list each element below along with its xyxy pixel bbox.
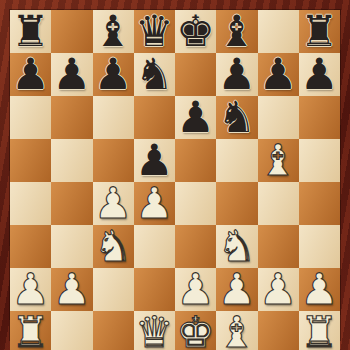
square-f8[interactable]: ♝ <box>216 10 257 53</box>
square-g6[interactable] <box>258 96 299 139</box>
square-b8[interactable] <box>51 10 92 53</box>
square-g3[interactable] <box>258 225 299 268</box>
piece-white-bishop: ♝ <box>218 311 257 350</box>
square-h6[interactable] <box>299 96 340 139</box>
piece-black-pawn: ♟ <box>300 53 339 96</box>
square-e3[interactable] <box>175 225 216 268</box>
piece-white-pawn: ♟ <box>11 268 50 311</box>
piece-black-rook: ♜ <box>300 10 339 53</box>
piece-white-bishop: ♝ <box>259 139 298 182</box>
square-b4[interactable] <box>51 182 92 225</box>
square-d5[interactable]: ♟ <box>134 139 175 182</box>
square-e1[interactable]: ♚ <box>175 311 216 350</box>
square-a6[interactable] <box>10 96 51 139</box>
square-e7[interactable] <box>175 53 216 96</box>
square-d2[interactable] <box>134 268 175 311</box>
square-d1[interactable]: ♛ <box>134 311 175 350</box>
piece-black-bishop: ♝ <box>94 10 133 53</box>
piece-white-pawn: ♟ <box>300 268 339 311</box>
piece-black-pawn: ♟ <box>259 53 298 96</box>
square-d6[interactable] <box>134 96 175 139</box>
square-c5[interactable] <box>93 139 134 182</box>
square-g4[interactable] <box>258 182 299 225</box>
piece-black-bishop: ♝ <box>218 10 257 53</box>
piece-black-rook: ♜ <box>11 10 50 53</box>
square-e4[interactable] <box>175 182 216 225</box>
piece-white-king: ♚ <box>176 311 215 350</box>
square-a7[interactable]: ♟ <box>10 53 51 96</box>
square-e8[interactable]: ♚ <box>175 10 216 53</box>
chess-board: ♜♝♛♚♝♜♟♟♟♞♟♟♟♟♞♟♝♟♟♞♞♟♟♟♟♟♟♜♛♚♝♜ <box>10 10 340 340</box>
piece-white-queen: ♛ <box>135 311 174 350</box>
square-g7[interactable]: ♟ <box>258 53 299 96</box>
piece-white-knight: ♞ <box>218 225 257 268</box>
square-d8[interactable]: ♛ <box>134 10 175 53</box>
square-a2[interactable]: ♟ <box>10 268 51 311</box>
piece-white-knight: ♞ <box>94 225 133 268</box>
square-c2[interactable] <box>93 268 134 311</box>
board-frame: ♜♝♛♚♝♜♟♟♟♞♟♟♟♟♞♟♝♟♟♞♞♟♟♟♟♟♟♜♛♚♝♜ <box>0 0 350 350</box>
square-b7[interactable]: ♟ <box>51 53 92 96</box>
square-c6[interactable] <box>93 96 134 139</box>
square-a4[interactable] <box>10 182 51 225</box>
square-e5[interactable] <box>175 139 216 182</box>
square-e2[interactable]: ♟ <box>175 268 216 311</box>
square-h2[interactable]: ♟ <box>299 268 340 311</box>
square-f5[interactable] <box>216 139 257 182</box>
square-b2[interactable]: ♟ <box>51 268 92 311</box>
square-f6[interactable]: ♞ <box>216 96 257 139</box>
square-h3[interactable] <box>299 225 340 268</box>
square-c4[interactable]: ♟ <box>93 182 134 225</box>
piece-white-pawn: ♟ <box>259 268 298 311</box>
square-e6[interactable]: ♟ <box>175 96 216 139</box>
piece-black-king: ♚ <box>176 10 215 53</box>
piece-white-pawn: ♟ <box>218 268 257 311</box>
square-a1[interactable]: ♜ <box>10 311 51 350</box>
square-f3[interactable]: ♞ <box>216 225 257 268</box>
square-g1[interactable] <box>258 311 299 350</box>
square-b6[interactable] <box>51 96 92 139</box>
square-f1[interactable]: ♝ <box>216 311 257 350</box>
square-a8[interactable]: ♜ <box>10 10 51 53</box>
piece-white-pawn: ♟ <box>53 268 92 311</box>
square-f4[interactable] <box>216 182 257 225</box>
square-a5[interactable] <box>10 139 51 182</box>
piece-black-pawn: ♟ <box>135 139 174 182</box>
square-f2[interactable]: ♟ <box>216 268 257 311</box>
square-c7[interactable]: ♟ <box>93 53 134 96</box>
square-c3[interactable]: ♞ <box>93 225 134 268</box>
square-d3[interactable] <box>134 225 175 268</box>
piece-black-knight: ♞ <box>218 96 257 139</box>
square-c8[interactable]: ♝ <box>93 10 134 53</box>
piece-black-queen: ♛ <box>135 10 174 53</box>
square-h5[interactable] <box>299 139 340 182</box>
piece-black-pawn: ♟ <box>94 53 133 96</box>
square-g8[interactable] <box>258 10 299 53</box>
square-b5[interactable] <box>51 139 92 182</box>
square-d4[interactable]: ♟ <box>134 182 175 225</box>
square-a3[interactable] <box>10 225 51 268</box>
piece-white-pawn: ♟ <box>135 182 174 225</box>
square-b3[interactable] <box>51 225 92 268</box>
piece-white-pawn: ♟ <box>94 182 133 225</box>
square-h8[interactable]: ♜ <box>299 10 340 53</box>
square-b1[interactable] <box>51 311 92 350</box>
piece-black-pawn: ♟ <box>53 53 92 96</box>
piece-white-rook: ♜ <box>300 311 339 350</box>
square-d7[interactable]: ♞ <box>134 53 175 96</box>
piece-black-knight: ♞ <box>135 53 174 96</box>
square-h1[interactable]: ♜ <box>299 311 340 350</box>
piece-black-pawn: ♟ <box>218 53 257 96</box>
piece-black-pawn: ♟ <box>11 53 50 96</box>
square-f7[interactable]: ♟ <box>216 53 257 96</box>
square-g2[interactable]: ♟ <box>258 268 299 311</box>
square-c1[interactable] <box>93 311 134 350</box>
square-h7[interactable]: ♟ <box>299 53 340 96</box>
square-h4[interactable] <box>299 182 340 225</box>
piece-white-pawn: ♟ <box>176 268 215 311</box>
piece-black-pawn: ♟ <box>176 96 215 139</box>
piece-white-rook: ♜ <box>11 311 50 350</box>
square-g5[interactable]: ♝ <box>258 139 299 182</box>
